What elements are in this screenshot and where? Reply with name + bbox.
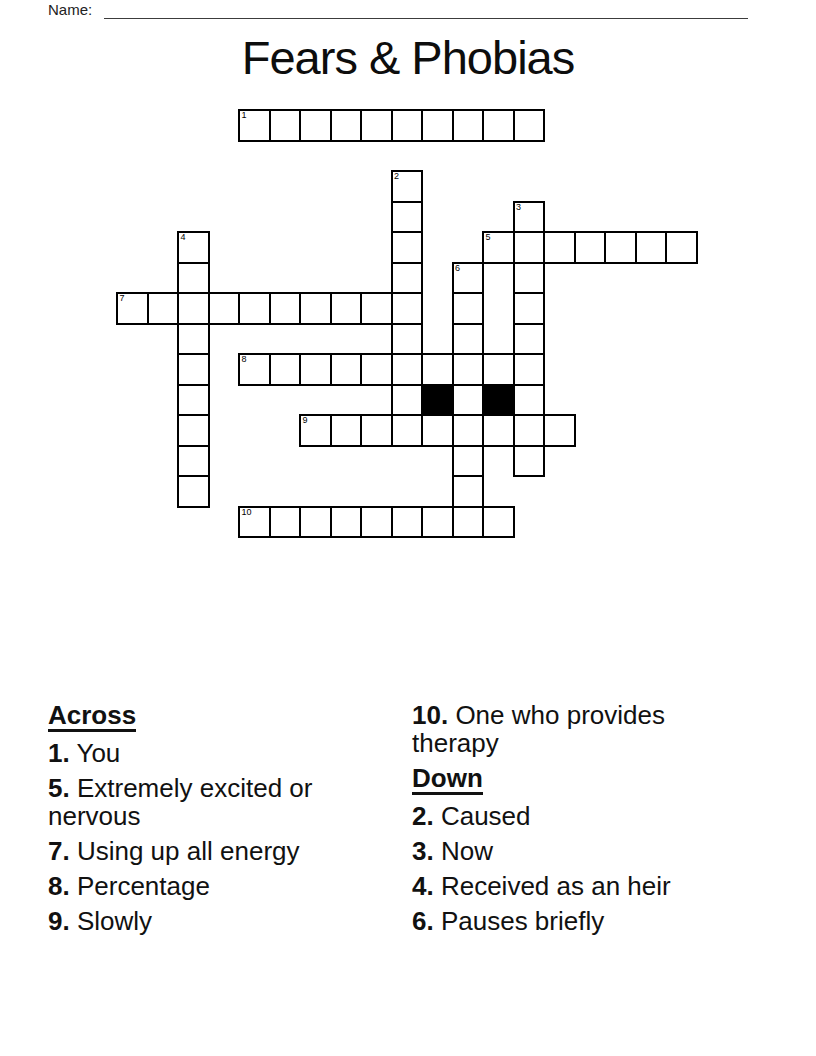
clue-item-number: 10. [412,700,448,730]
grid-cell[interactable]: 6 [453,263,484,294]
grid-cell[interactable] [300,507,331,538]
grid-cell[interactable] [422,507,453,538]
grid-cell[interactable] [514,263,545,294]
clue-item-3: 3. Now [412,837,716,865]
name-label: Name: [48,1,92,18]
clue-item-7: 7. Using up all energy [48,837,386,865]
grid-cell[interactable] [483,415,514,446]
grid-cell[interactable] [361,415,392,446]
grid-cell[interactable] [575,232,606,263]
grid-cell[interactable] [178,293,209,324]
grid-cell[interactable] [392,263,423,294]
grid-cell[interactable] [422,415,453,446]
grid-cell[interactable] [270,110,301,141]
puzzle-title: Fears & Phobias [0,30,816,85]
grid-cell[interactable] [453,476,484,507]
down-heading-text: Down [412,764,483,795]
grid-cell[interactable] [331,354,362,385]
name-input-line[interactable] [104,18,748,19]
clue-item-10: 10. One who provides therapy [412,701,716,757]
grid-cell[interactable] [178,385,209,416]
grid-cell[interactable]: 1 [239,110,270,141]
grid-cell[interactable] [483,354,514,385]
clue-item-number: 3. [412,836,434,866]
grid-cell[interactable] [270,293,301,324]
grid-cell[interactable] [361,354,392,385]
grid-cell[interactable]: 7 [117,293,148,324]
grid-cell[interactable] [392,110,423,141]
grid-cell[interactable] [392,354,423,385]
clue-item-1: 1. You [48,739,386,767]
clue-number: 7 [120,294,125,303]
grid-cell[interactable] [453,385,484,416]
grid-cell[interactable] [514,293,545,324]
clue-number: 6 [455,264,460,273]
clue-number: 3 [516,203,521,212]
clue-item-number: 8. [48,871,70,901]
clue-item-number: 5. [48,773,70,803]
grid-cell[interactable] [514,385,545,416]
grid-cell[interactable]: 10 [239,507,270,538]
clue-item-text: Caused [441,801,531,831]
clue-item-text: Received as an heir [441,871,671,901]
clue-item-text: Now [441,836,493,866]
grid-cell[interactable] [666,232,697,263]
grid-cell[interactable] [300,293,331,324]
clue-item-text: Pauses briefly [441,906,604,936]
grid-cell[interactable]: 8 [239,354,270,385]
clue-item-number: 7. [48,836,70,866]
clue-item-number: 6. [412,906,434,936]
clue-item-5: 5. Extremely excited or nervous [48,774,386,830]
grid-cell[interactable] [361,293,392,324]
crossword-grid: 12345678910 [117,110,697,537]
clue-item-8: 8. Percentage [48,872,386,900]
clues-column-right: 10. One who provides therapyDown2. Cause… [412,701,716,942]
grid-cell[interactable] [178,476,209,507]
clue-number: 1 [242,111,247,120]
grid-cell[interactable] [636,232,667,263]
grid-cell[interactable] [422,110,453,141]
grid-cell[interactable] [178,263,209,294]
across-heading-text: Across [48,701,136,732]
blocked-cell [483,385,514,416]
grid-cell[interactable]: 2 [392,171,423,202]
grid-cell[interactable] [178,415,209,446]
grid-cell[interactable]: 3 [514,202,545,233]
clue-item-9: 9. Slowly [48,907,386,935]
grid-cell[interactable] [453,324,484,355]
grid-cell[interactable] [453,354,484,385]
grid-cell[interactable] [453,110,484,141]
clue-item-number: 4. [412,871,434,901]
grid-cell[interactable] [270,354,301,385]
grid-cell[interactable] [178,324,209,355]
grid-cell[interactable] [392,232,423,263]
grid-cell[interactable] [178,446,209,477]
clue-item-number: 1. [48,738,70,768]
clue-number: 4 [181,233,186,242]
clue-item-text: You [76,738,120,768]
grid-cell[interactable] [331,415,362,446]
clue-number: 9 [303,416,308,425]
grid-cell[interactable]: 9 [300,415,331,446]
grid-cell[interactable] [514,110,545,141]
worksheet-page: Name: Fears & Phobias 12345678910 Across… [0,0,816,1056]
grid-cell[interactable] [514,446,545,477]
clue-number: 5 [486,233,491,242]
clues-column-left: Across1. You5. Extremely excited or nerv… [48,701,386,942]
clue-item-text: Slowly [77,906,152,936]
grid-cell[interactable] [239,293,270,324]
grid-cell[interactable] [453,446,484,477]
grid-cell[interactable] [392,293,423,324]
grid-cell[interactable] [209,293,240,324]
clue-item-number: 2. [412,801,434,831]
clue-item-2: 2. Caused [412,802,716,830]
grid-cell[interactable] [300,110,331,141]
grid-cell[interactable] [422,354,453,385]
grid-cell[interactable] [605,232,636,263]
grid-cell[interactable]: 5 [483,232,514,263]
grid-cell[interactable] [514,415,545,446]
down-heading: Down [412,764,716,795]
clue-number: 10 [242,508,252,517]
grid-cell[interactable]: 4 [178,232,209,263]
grid-cell[interactable] [514,232,545,263]
grid-cell[interactable] [453,415,484,446]
grid-cell[interactable] [300,354,331,385]
grid-cell[interactable] [331,293,362,324]
clue-item-text: Percentage [77,871,210,901]
clue-item-text: Extremely excited or nervous [48,773,312,831]
grid-cell[interactable] [361,110,392,141]
grid-cell[interactable] [392,507,423,538]
clue-item-4: 4. Received as an heir [412,872,716,900]
clue-item-number: 9. [48,906,70,936]
grid-cell[interactable] [331,507,362,538]
blocked-cell [422,385,453,416]
clue-number: 2 [394,172,399,181]
grid-cell[interactable] [392,415,423,446]
grid-cell[interactable] [392,324,423,355]
grid-cell[interactable] [483,110,514,141]
grid-cell[interactable] [514,324,545,355]
grid-cell[interactable] [392,202,423,233]
clue-item-6: 6. Pauses briefly [412,907,716,935]
grid-cell[interactable] [483,507,514,538]
grid-cell[interactable] [544,415,575,446]
grid-cell[interactable] [544,232,575,263]
clue-number: 8 [242,355,247,364]
across-heading: Across [48,701,386,732]
grid-cell[interactable] [453,293,484,324]
clue-item-text: Using up all energy [77,836,300,866]
grid-cell[interactable] [270,507,301,538]
clue-item-text: One who provides therapy [412,700,665,758]
grid-cell[interactable] [148,293,179,324]
grid-cell[interactable] [331,110,362,141]
grid-cell[interactable] [178,354,209,385]
grid-cell[interactable] [514,354,545,385]
grid-cell[interactable] [453,507,484,538]
grid-cell[interactable] [361,507,392,538]
grid-cell[interactable] [392,385,423,416]
